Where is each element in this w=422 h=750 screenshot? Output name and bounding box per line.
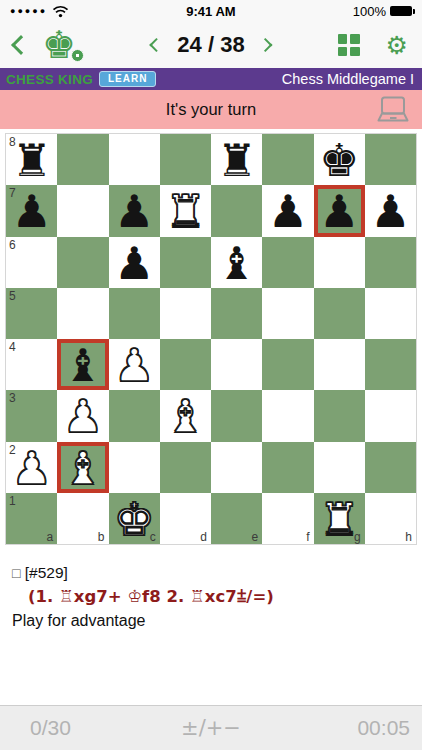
square-b2[interactable]: ♝ xyxy=(57,442,108,493)
square-h1[interactable]: h xyxy=(365,493,416,544)
computer-play-icon[interactable] xyxy=(374,96,412,124)
square-g7[interactable]: ♟ xyxy=(314,185,365,236)
square-b7[interactable] xyxy=(57,185,108,236)
square-a6[interactable]: 6 xyxy=(6,237,57,288)
square-d2[interactable] xyxy=(160,442,211,493)
square-a4[interactable]: 4 xyxy=(6,339,57,390)
white-pawn: ♟ xyxy=(11,444,51,491)
square-a2[interactable]: 2♟ xyxy=(6,442,57,493)
white-bishop: ♝ xyxy=(63,444,103,491)
result-checkbox[interactable]: □ xyxy=(12,565,20,581)
white-pawn: ♟ xyxy=(114,341,154,388)
square-e5[interactable] xyxy=(211,288,262,339)
file-label: h xyxy=(405,531,412,543)
wifi-icon xyxy=(52,5,69,18)
evaluation-label: ±/+− xyxy=(181,716,241,740)
white-king: ♚ xyxy=(114,495,154,542)
black-pawn: ♟ xyxy=(370,187,410,234)
square-d7[interactable]: ♜ xyxy=(160,185,211,236)
file-label: a xyxy=(47,531,54,543)
square-g3[interactable] xyxy=(314,390,365,441)
file-label: b xyxy=(98,531,105,543)
rank-label: 7 xyxy=(9,187,16,199)
square-h8[interactable] xyxy=(365,134,416,185)
square-g1[interactable]: g♜ xyxy=(314,493,365,544)
battery-percent: 100% xyxy=(353,4,386,19)
square-c3[interactable] xyxy=(109,390,160,441)
square-c1[interactable]: c♚ xyxy=(109,493,160,544)
settings-gear-icon[interactable]: ⚙ xyxy=(386,33,408,58)
square-f8[interactable] xyxy=(262,134,313,185)
square-b5[interactable] xyxy=(57,288,108,339)
square-h4[interactable] xyxy=(365,339,416,390)
rank-label: 6 xyxy=(9,239,16,251)
battery-icon xyxy=(390,6,412,16)
black-rook: ♜ xyxy=(216,136,256,183)
square-e1[interactable]: e xyxy=(211,493,262,544)
square-f7[interactable]: ♟ xyxy=(262,185,313,236)
learn-badge: LEARN xyxy=(99,71,156,87)
square-a5[interactable]: 5 xyxy=(6,288,57,339)
square-d6[interactable] xyxy=(160,237,211,288)
next-puzzle-button[interactable] xyxy=(259,38,273,52)
black-pawn: ♟ xyxy=(11,187,51,234)
square-h7[interactable]: ♟ xyxy=(365,185,416,236)
rank-label: 4 xyxy=(9,341,16,353)
turn-banner: It's your turn xyxy=(0,90,422,129)
square-g8[interactable]: ♚ xyxy=(314,134,365,185)
square-a3[interactable]: 3 xyxy=(6,390,57,441)
square-c8[interactable] xyxy=(109,134,160,185)
square-d3[interactable]: ♝ xyxy=(160,390,211,441)
white-pawn: ♟ xyxy=(63,392,103,439)
square-a1[interactable]: 1a xyxy=(6,493,57,544)
black-rook: ♜ xyxy=(11,136,51,183)
square-g6[interactable] xyxy=(314,237,365,288)
square-f5[interactable] xyxy=(262,288,313,339)
square-e3[interactable] xyxy=(211,390,262,441)
square-f2[interactable] xyxy=(262,442,313,493)
turn-message: It's your turn xyxy=(166,100,256,119)
white-bishop: ♝ xyxy=(165,392,205,439)
square-d5[interactable] xyxy=(160,288,211,339)
square-f6[interactable] xyxy=(262,237,313,288)
square-c2[interactable] xyxy=(109,442,160,493)
status-time: 9:41 AM xyxy=(130,4,292,19)
square-f1[interactable]: f xyxy=(262,493,313,544)
rank-label: 3 xyxy=(9,392,16,404)
square-b6[interactable] xyxy=(57,237,108,288)
file-label: c xyxy=(150,531,156,543)
square-g4[interactable] xyxy=(314,339,365,390)
exercise-id: [#529] xyxy=(25,564,68,581)
black-pawn: ♟ xyxy=(114,187,154,234)
square-f3[interactable] xyxy=(262,390,313,441)
black-pawn: ♟ xyxy=(114,239,154,286)
square-g2[interactable] xyxy=(314,442,365,493)
file-label: g xyxy=(354,531,361,543)
status-bar: ●●●●● 9:41 AM 100% xyxy=(0,0,422,22)
instruction-text: Play for advantage xyxy=(12,609,410,633)
score-counter: 0/30 xyxy=(30,716,71,740)
board-area: 8♜♜♚7♟♟♜♟♟♟6♟♝54♝♟3♟♝2♟♝1abc♚defg♜h xyxy=(0,129,422,545)
solution-line: (1. ♖xg7+ ♔f8 2. ♖xc7⩲/=) xyxy=(12,585,410,609)
rank-label: 8 xyxy=(9,136,16,148)
black-pawn: ♟ xyxy=(268,187,308,234)
brand-bar: CHESS KING LEARN Chess Middlegame I xyxy=(0,68,422,90)
square-e7[interactable] xyxy=(211,185,262,236)
timer: 00:05 xyxy=(357,716,410,740)
black-bishop: ♝ xyxy=(63,341,103,388)
square-d8[interactable] xyxy=(160,134,211,185)
square-h3[interactable] xyxy=(365,390,416,441)
square-b8[interactable] xyxy=(57,134,108,185)
square-a8[interactable]: 8♜ xyxy=(6,134,57,185)
file-label: f xyxy=(306,531,309,543)
brand-logo-text: CHESS KING xyxy=(6,72,93,87)
nav-bar: ♚ 24 / 38 ⚙ xyxy=(0,22,422,68)
square-c7[interactable]: ♟ xyxy=(109,185,160,236)
square-g5[interactable] xyxy=(314,288,365,339)
rank-label: 5 xyxy=(9,290,16,302)
prev-puzzle-button[interactable] xyxy=(149,38,163,52)
black-king: ♚ xyxy=(319,136,359,183)
square-b3[interactable]: ♟ xyxy=(57,390,108,441)
file-label: d xyxy=(200,531,207,543)
exercise-panel: □ [#529] (1. ♖xg7+ ♔f8 2. ♖xc7⩲/=) Play … xyxy=(0,545,422,705)
app-logo-king-icon[interactable]: ♚ xyxy=(42,25,84,65)
square-d4[interactable] xyxy=(160,339,211,390)
square-c4[interactable]: ♟ xyxy=(109,339,160,390)
square-d1[interactable]: d xyxy=(160,493,211,544)
course-title: Chess Middlegame I xyxy=(282,71,414,87)
square-h6[interactable] xyxy=(365,237,416,288)
square-b4[interactable]: ♝ xyxy=(57,339,108,390)
white-rook: ♜ xyxy=(165,187,205,234)
square-f4[interactable] xyxy=(262,339,313,390)
grid-menu-icon[interactable] xyxy=(338,34,360,56)
square-e2[interactable] xyxy=(211,442,262,493)
square-e8[interactable]: ♜ xyxy=(211,134,262,185)
square-c5[interactable] xyxy=(109,288,160,339)
black-bishop: ♝ xyxy=(216,239,256,286)
square-h5[interactable] xyxy=(365,288,416,339)
square-e4[interactable] xyxy=(211,339,262,390)
square-h2[interactable] xyxy=(365,442,416,493)
black-pawn: ♟ xyxy=(319,187,359,234)
square-e6[interactable]: ♝ xyxy=(211,237,262,288)
square-c6[interactable]: ♟ xyxy=(109,237,160,288)
file-label: e xyxy=(252,531,259,543)
square-b1[interactable]: b xyxy=(57,493,108,544)
rank-label: 2 xyxy=(9,444,16,456)
bottom-toolbar: 0/30 ±/+− 00:05 xyxy=(0,705,422,750)
puzzle-counter: 24 / 38 xyxy=(177,32,244,58)
exercise-header: □ [#529] xyxy=(12,561,410,585)
square-a7[interactable]: 7♟ xyxy=(6,185,57,236)
back-button[interactable] xyxy=(11,35,31,55)
rank-label: 1 xyxy=(9,495,16,507)
signal-strength-icon: ●●●●● xyxy=(10,7,47,16)
chess-board: 8♜♜♚7♟♟♜♟♟♟6♟♝54♝♟3♟♝2♟♝1abc♚defg♜h xyxy=(5,133,417,545)
